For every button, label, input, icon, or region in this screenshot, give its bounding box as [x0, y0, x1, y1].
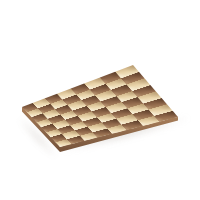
product-photo — [0, 0, 200, 200]
